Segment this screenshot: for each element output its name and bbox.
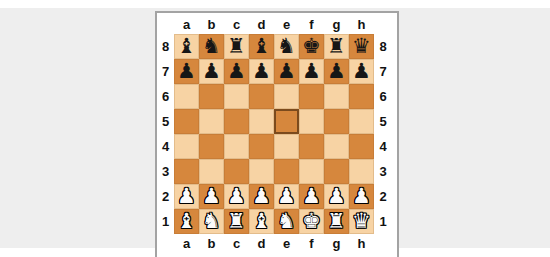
piece-white-bishop[interactable]: ♝ <box>252 209 271 234</box>
square-d3[interactable] <box>249 159 274 184</box>
square-e2[interactable]: ♟ <box>274 184 299 209</box>
square-g1[interactable]: ♜ <box>324 209 349 234</box>
square-d7[interactable]: ♟ <box>249 59 274 84</box>
square-f7[interactable]: ♟ <box>299 59 324 84</box>
square-d2[interactable]: ♟ <box>249 184 274 209</box>
rank-label-left-4: 4 <box>157 134 174 159</box>
square-a4[interactable] <box>174 134 199 159</box>
rank-label-right-1: 1 <box>374 209 392 234</box>
piece-black-pawn[interactable]: ♟ <box>202 59 221 84</box>
piece-white-pawn[interactable]: ♟ <box>302 184 321 209</box>
square-a7[interactable]: ♟ <box>174 59 199 84</box>
square-c3[interactable] <box>224 159 249 184</box>
square-e7[interactable]: ♟ <box>274 59 299 84</box>
file-label-top-e: e <box>274 14 299 34</box>
piece-white-rook[interactable]: ♜ <box>327 209 346 234</box>
piece-black-pawn[interactable]: ♟ <box>302 59 321 84</box>
piece-white-queen[interactable]: ♛ <box>352 209 371 234</box>
square-c6[interactable] <box>224 84 249 109</box>
rank-label-right-3: 3 <box>374 159 392 184</box>
square-e1[interactable]: ♞ <box>274 209 299 234</box>
square-f3[interactable] <box>299 159 324 184</box>
piece-white-pawn[interactable]: ♟ <box>227 184 246 209</box>
square-c7[interactable]: ♟ <box>224 59 249 84</box>
piece-black-pawn[interactable]: ♟ <box>227 59 246 84</box>
square-c4[interactable] <box>224 134 249 159</box>
file-label-bottom-g: g <box>324 234 349 252</box>
square-a5[interactable] <box>174 109 199 134</box>
rank-label-left-5: 5 <box>157 109 174 134</box>
file-label-bottom-e: e <box>274 234 299 252</box>
square-c1[interactable]: ♜ <box>224 209 249 234</box>
square-c8[interactable]: ♜ <box>224 34 249 59</box>
square-h7[interactable]: ♟ <box>349 59 374 84</box>
piece-white-pawn[interactable]: ♟ <box>202 184 221 209</box>
piece-black-knight[interactable]: ♞ <box>277 34 296 59</box>
square-g5[interactable] <box>324 109 349 134</box>
page-top-strip <box>0 0 550 8</box>
square-b2[interactable]: ♟ <box>199 184 224 209</box>
square-a1[interactable]: ♝ <box>174 209 199 234</box>
square-e3[interactable] <box>274 159 299 184</box>
rank-label-left-6: 6 <box>157 84 174 109</box>
file-label-top-d: d <box>249 14 274 34</box>
piece-black-pawn[interactable]: ♟ <box>352 59 371 84</box>
square-a8[interactable]: ♝ <box>174 34 199 59</box>
piece-black-rook[interactable]: ♜ <box>327 34 346 59</box>
square-h8[interactable]: ♛ <box>349 34 374 59</box>
square-d4[interactable] <box>249 134 274 159</box>
rank-label-right-2: 2 <box>374 184 392 209</box>
file-label-bottom-h: h <box>349 234 374 252</box>
file-label-top-g: g <box>324 14 349 34</box>
rank-label-right-7: 7 <box>374 59 392 84</box>
rank-label-left-2: 2 <box>157 184 174 209</box>
square-a6[interactable] <box>174 84 199 109</box>
piece-black-queen[interactable]: ♛ <box>352 34 371 59</box>
file-label-bottom-d: d <box>249 234 274 252</box>
piece-black-knight[interactable]: ♞ <box>202 34 221 59</box>
square-c5[interactable] <box>224 109 249 134</box>
square-b1[interactable]: ♞ <box>199 209 224 234</box>
file-label-top-a: a <box>174 14 199 34</box>
piece-white-pawn[interactable]: ♟ <box>352 184 371 209</box>
square-e4[interactable] <box>274 134 299 159</box>
square-b4[interactable] <box>199 134 224 159</box>
file-label-top-b: b <box>199 14 224 34</box>
piece-black-bishop[interactable]: ♝ <box>252 34 271 59</box>
square-f6[interactable] <box>299 84 324 109</box>
square-a3[interactable] <box>174 159 199 184</box>
rank-label-left-8: 8 <box>157 34 174 59</box>
square-h6[interactable] <box>349 84 374 109</box>
piece-black-pawn[interactable]: ♟ <box>327 59 346 84</box>
file-label-top-h: h <box>349 14 374 34</box>
square-c2[interactable]: ♟ <box>224 184 249 209</box>
piece-white-rook[interactable]: ♜ <box>227 209 246 234</box>
piece-white-king[interactable]: ♚ <box>302 209 321 234</box>
square-h5[interactable] <box>349 109 374 134</box>
rank-label-right-4: 4 <box>374 134 392 159</box>
piece-white-pawn[interactable]: ♟ <box>252 184 271 209</box>
board-corner <box>374 14 392 34</box>
square-f8[interactable]: ♚ <box>299 34 324 59</box>
piece-black-rook[interactable]: ♜ <box>227 34 246 59</box>
rank-label-right-8: 8 <box>374 34 392 59</box>
square-g7[interactable]: ♟ <box>324 59 349 84</box>
square-g8[interactable]: ♜ <box>324 34 349 59</box>
square-d1[interactable]: ♝ <box>249 209 274 234</box>
piece-black-pawn[interactable]: ♟ <box>277 59 296 84</box>
rank-label-left-3: 3 <box>157 159 174 184</box>
square-f5[interactable] <box>299 109 324 134</box>
rank-label-left-1: 1 <box>157 209 174 234</box>
square-b7[interactable]: ♟ <box>199 59 224 84</box>
square-g6[interactable] <box>324 84 349 109</box>
square-b5[interactable] <box>199 109 224 134</box>
square-e5[interactable] <box>274 109 299 134</box>
file-label-bottom-f: f <box>299 234 324 252</box>
square-g3[interactable] <box>324 159 349 184</box>
rank-label-right-5: 5 <box>374 109 392 134</box>
square-d8[interactable]: ♝ <box>249 34 274 59</box>
square-e6[interactable] <box>274 84 299 109</box>
file-label-bottom-c: c <box>224 234 249 252</box>
square-h3[interactable] <box>349 159 374 184</box>
square-h4[interactable] <box>349 134 374 159</box>
square-b6[interactable] <box>199 84 224 109</box>
chess-board: abcdefgh8♝♞♜♝♞♚♜♛87♟♟♟♟♟♟♟♟7665544332♟♟♟… <box>157 14 397 252</box>
file-label-top-c: c <box>224 14 249 34</box>
square-d5[interactable] <box>249 109 274 134</box>
piece-white-bishop[interactable]: ♝ <box>177 209 196 234</box>
piece-black-pawn[interactable]: ♟ <box>177 59 196 84</box>
square-f4[interactable] <box>299 134 324 159</box>
rank-label-right-6: 6 <box>374 84 392 109</box>
file-label-bottom-b: b <box>199 234 224 252</box>
square-b8[interactable]: ♞ <box>199 34 224 59</box>
square-e8[interactable]: ♞ <box>274 34 299 59</box>
piece-white-pawn[interactable]: ♟ <box>327 184 346 209</box>
rank-label-left-7: 7 <box>157 59 174 84</box>
square-g4[interactable] <box>324 134 349 159</box>
square-g2[interactable]: ♟ <box>324 184 349 209</box>
piece-white-pawn[interactable]: ♟ <box>177 184 196 209</box>
board-corner <box>374 234 392 252</box>
piece-black-bishop[interactable]: ♝ <box>177 34 196 59</box>
piece-black-king[interactable]: ♚ <box>302 34 321 59</box>
piece-white-knight[interactable]: ♞ <box>277 209 296 234</box>
chess-diagram-panel: abcdefgh8♝♞♜♝♞♚♜♛87♟♟♟♟♟♟♟♟7665544332♟♟♟… <box>155 11 399 257</box>
square-b3[interactable] <box>199 159 224 184</box>
square-f2[interactable]: ♟ <box>299 184 324 209</box>
square-d6[interactable] <box>249 84 274 109</box>
square-h1[interactable]: ♛ <box>349 209 374 234</box>
file-label-top-f: f <box>299 14 324 34</box>
piece-white-knight[interactable]: ♞ <box>202 209 221 234</box>
board-corner <box>157 14 174 34</box>
piece-white-pawn[interactable]: ♟ <box>277 184 296 209</box>
square-h2[interactable]: ♟ <box>349 184 374 209</box>
board-corner <box>157 234 174 252</box>
file-label-bottom-a: a <box>174 234 199 252</box>
square-f1[interactable]: ♚ <box>299 209 324 234</box>
piece-black-pawn[interactable]: ♟ <box>252 59 271 84</box>
square-a2[interactable]: ♟ <box>174 184 199 209</box>
